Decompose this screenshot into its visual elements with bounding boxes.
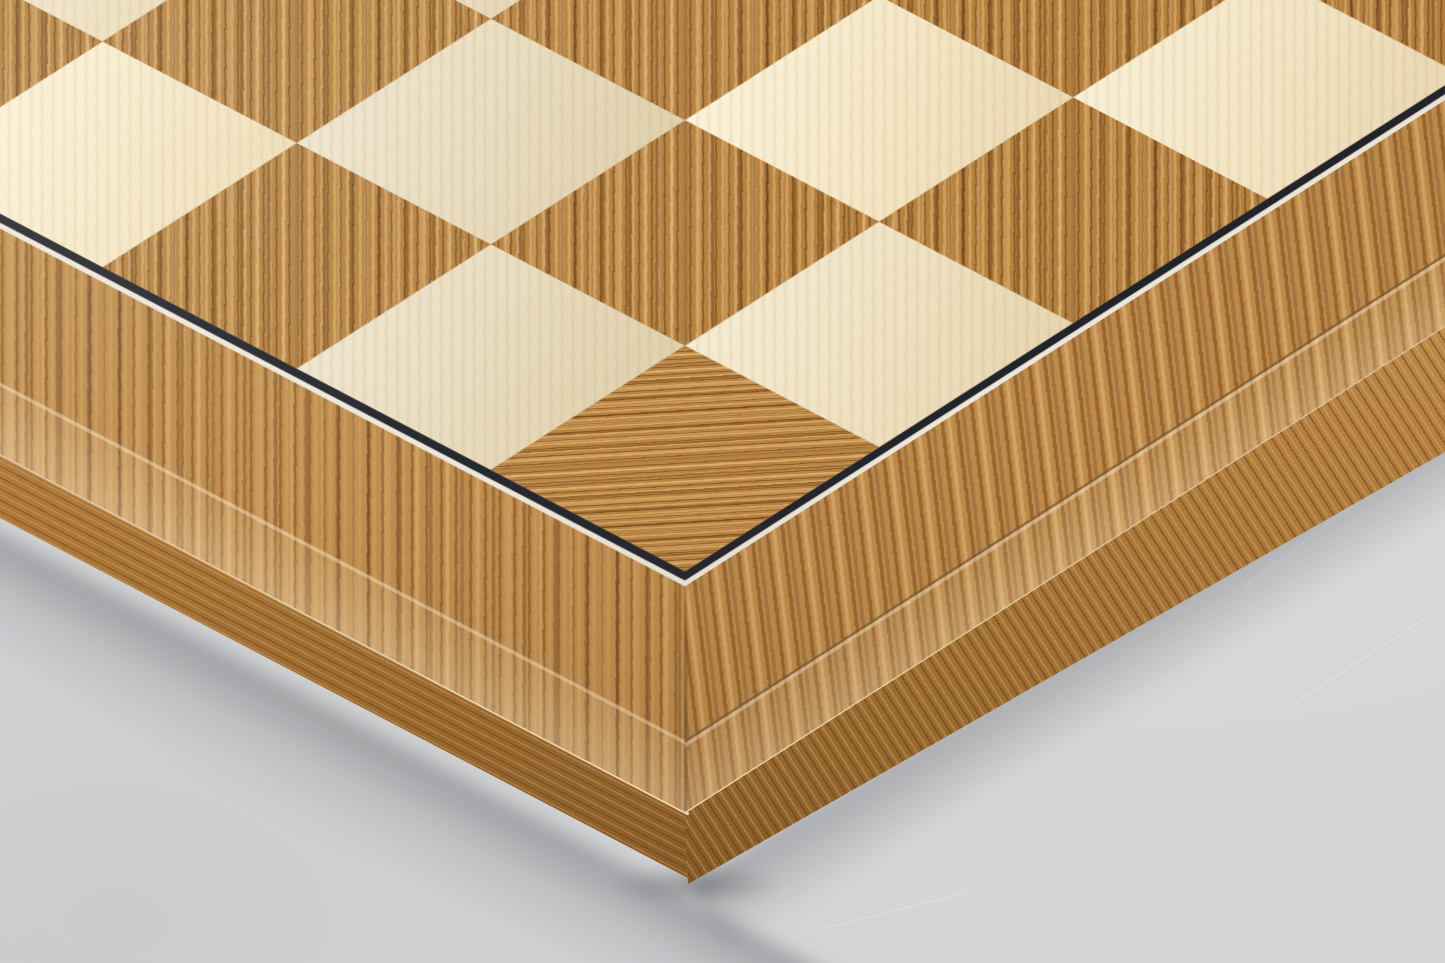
surface-scratch	[1290, 618, 1425, 706]
photo-canvas	[0, 0, 1445, 963]
